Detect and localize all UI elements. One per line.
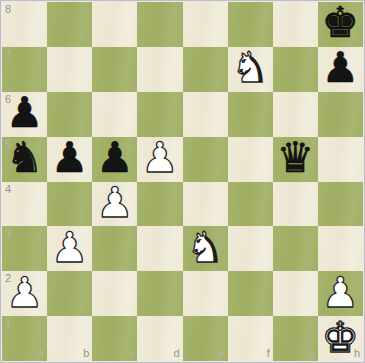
chess-board: 8♚7♞♟6♟5♞♟♟♟♛4♟3♟♞2♟♟1abcdefgh♚ — [2, 2, 363, 361]
square-a7[interactable]: 7 — [2, 47, 47, 92]
white-pawn[interactable]: ♟ — [322, 272, 360, 314]
square-f1[interactable]: f — [228, 316, 273, 361]
square-d4[interactable] — [137, 182, 182, 227]
square-g1[interactable]: g — [273, 316, 318, 361]
file-label-f: f — [267, 348, 270, 359]
square-b4[interactable] — [47, 182, 92, 227]
black-queen[interactable]: ♛ — [276, 137, 314, 179]
square-g5[interactable]: ♛ — [273, 137, 318, 182]
square-a4[interactable]: 4 — [2, 182, 47, 227]
square-e4[interactable] — [183, 182, 228, 227]
square-b5[interactable]: ♟ — [47, 137, 92, 182]
square-c3[interactable] — [92, 226, 137, 271]
square-f6[interactable] — [228, 92, 273, 137]
square-d3[interactable] — [137, 226, 182, 271]
square-a2[interactable]: 2♟ — [2, 271, 47, 316]
black-pawn[interactable]: ♟ — [51, 137, 89, 179]
square-e7[interactable] — [183, 47, 228, 92]
square-f3[interactable] — [228, 226, 273, 271]
square-a1[interactable]: 1a — [2, 316, 47, 361]
square-d1[interactable]: d — [137, 316, 182, 361]
square-c6[interactable] — [92, 92, 137, 137]
square-b2[interactable] — [47, 271, 92, 316]
square-h2[interactable]: ♟ — [318, 271, 363, 316]
square-d5[interactable]: ♟ — [137, 137, 182, 182]
square-h5[interactable] — [318, 137, 363, 182]
square-d2[interactable] — [137, 271, 182, 316]
black-king[interactable]: ♚ — [322, 2, 360, 44]
square-a5[interactable]: 5♞ — [2, 137, 47, 182]
square-b3[interactable]: ♟ — [47, 226, 92, 271]
square-h1[interactable]: h♚ — [318, 316, 363, 361]
square-h6[interactable] — [318, 92, 363, 137]
white-pawn[interactable]: ♟ — [6, 272, 44, 314]
square-d7[interactable] — [137, 47, 182, 92]
square-g3[interactable] — [273, 226, 318, 271]
square-a6[interactable]: 6♟ — [2, 92, 47, 137]
square-a3[interactable]: 3 — [2, 226, 47, 271]
square-h4[interactable] — [318, 182, 363, 227]
black-pawn[interactable]: ♟ — [96, 137, 134, 179]
file-label-e: e — [219, 348, 225, 359]
square-f5[interactable] — [228, 137, 273, 182]
rank-label-7: 7 — [5, 49, 11, 60]
white-pawn[interactable]: ♟ — [141, 137, 179, 179]
file-label-a: a — [38, 348, 44, 359]
black-pawn[interactable]: ♟ — [322, 47, 360, 89]
square-e3[interactable]: ♞ — [183, 226, 228, 271]
white-king[interactable]: ♚ — [322, 317, 360, 359]
square-b1[interactable]: b — [47, 316, 92, 361]
square-d8[interactable] — [137, 2, 182, 47]
black-pawn[interactable]: ♟ — [6, 92, 44, 134]
file-label-c: c — [129, 348, 135, 359]
rank-label-8: 8 — [5, 4, 11, 15]
square-h3[interactable] — [318, 226, 363, 271]
square-e6[interactable] — [183, 92, 228, 137]
square-f8[interactable] — [228, 2, 273, 47]
file-label-d: d — [173, 348, 179, 359]
square-g7[interactable] — [273, 47, 318, 92]
square-c5[interactable]: ♟ — [92, 137, 137, 182]
square-f7[interactable]: ♞ — [228, 47, 273, 92]
square-a8[interactable]: 8 — [2, 2, 47, 47]
square-g6[interactable] — [273, 92, 318, 137]
file-label-g: g — [309, 348, 315, 359]
square-b7[interactable] — [47, 47, 92, 92]
square-e8[interactable] — [183, 2, 228, 47]
square-c8[interactable] — [92, 2, 137, 47]
square-c4[interactable]: ♟ — [92, 182, 137, 227]
square-f2[interactable] — [228, 271, 273, 316]
white-pawn[interactable]: ♟ — [51, 227, 89, 269]
square-h7[interactable]: ♟ — [318, 47, 363, 92]
black-knight[interactable]: ♞ — [6, 137, 44, 179]
rank-label-3: 3 — [5, 228, 11, 239]
white-knight[interactable]: ♞ — [231, 47, 269, 89]
chess-board-frame: 8♚7♞♟6♟5♞♟♟♟♛4♟3♟♞2♟♟1abcdefgh♚ — [0, 0, 365, 363]
square-g2[interactable] — [273, 271, 318, 316]
square-d6[interactable] — [137, 92, 182, 137]
square-c7[interactable] — [92, 47, 137, 92]
square-g8[interactable] — [273, 2, 318, 47]
white-knight[interactable]: ♞ — [186, 227, 224, 269]
square-h8[interactable]: ♚ — [318, 2, 363, 47]
square-f4[interactable] — [228, 182, 273, 227]
file-label-b: b — [83, 348, 89, 359]
square-b6[interactable] — [47, 92, 92, 137]
square-g4[interactable] — [273, 182, 318, 227]
rank-label-1: 1 — [5, 318, 11, 329]
square-e2[interactable] — [183, 271, 228, 316]
square-e5[interactable] — [183, 137, 228, 182]
square-b8[interactable] — [47, 2, 92, 47]
square-c2[interactable] — [92, 271, 137, 316]
square-e1[interactable]: e — [183, 316, 228, 361]
square-c1[interactable]: c — [92, 316, 137, 361]
rank-label-4: 4 — [5, 184, 11, 195]
white-pawn[interactable]: ♟ — [96, 182, 134, 224]
